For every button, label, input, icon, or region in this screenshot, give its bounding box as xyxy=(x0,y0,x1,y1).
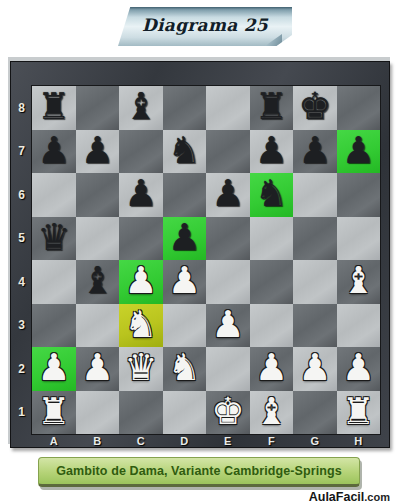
watermark: AulaFacil.com xyxy=(309,487,390,502)
piece-wP-g2: ♟ xyxy=(298,347,331,389)
piece-wP-e3: ♟ xyxy=(211,304,244,346)
square-e2 xyxy=(206,347,250,391)
brand-suffix: .com xyxy=(364,491,390,502)
square-f4 xyxy=(250,260,294,304)
square-c5 xyxy=(119,217,163,261)
square-h7: ♟ xyxy=(337,130,381,174)
piece-bB-b4: ♝ xyxy=(81,260,114,302)
piece-bP-b7: ♟ xyxy=(81,130,114,172)
piece-bQ-a5: ♛ xyxy=(37,217,70,259)
file-labels: ABCDEFGH xyxy=(32,434,380,447)
square-f6: ♞ xyxy=(250,173,294,217)
caption-text: Gambito de Dama, Variante Cambridge-Spri… xyxy=(56,464,342,478)
square-d2: ♞ xyxy=(163,347,207,391)
chess-board: 87654321 ♜♝♜♚♟♟♞♟♟♟♟♟♞♛♟♝♟♟♝♞♟♟♟♛♞♟♟♟♜♚♝… xyxy=(10,61,390,448)
square-c7 xyxy=(119,130,163,174)
square-c4: ♟ xyxy=(119,260,163,304)
square-e6: ♟ xyxy=(206,173,250,217)
square-f1: ♝ xyxy=(250,391,294,435)
square-c3: ♞ xyxy=(119,304,163,348)
square-b1 xyxy=(76,391,120,435)
square-b6 xyxy=(76,173,120,217)
square-e7 xyxy=(206,130,250,174)
piece-wP-f2: ♟ xyxy=(255,347,288,389)
piece-wN-c3: ♞ xyxy=(124,304,157,346)
square-h8 xyxy=(337,86,381,130)
rank-label-4: 4 xyxy=(11,260,32,304)
piece-bR-f8: ♜ xyxy=(255,86,288,128)
rank-label-7: 7 xyxy=(11,130,32,174)
file-label-c: C xyxy=(119,434,163,447)
square-c8: ♝ xyxy=(119,86,163,130)
piece-wR-a1: ♜ xyxy=(37,391,70,433)
square-f3 xyxy=(250,304,294,348)
file-label-b: B xyxy=(76,434,120,447)
piece-wP-d4: ♟ xyxy=(168,260,201,302)
square-d4: ♟ xyxy=(163,260,207,304)
piece-bP-d5: ♟ xyxy=(168,217,201,259)
board-grid: ♜♝♜♚♟♟♞♟♟♟♟♟♞♛♟♝♟♟♝♞♟♟♟♛♞♟♟♟♜♚♝♜ xyxy=(32,86,380,434)
square-b8 xyxy=(76,86,120,130)
square-a4 xyxy=(32,260,76,304)
rank-label-5: 5 xyxy=(11,217,32,261)
file-label-h: H xyxy=(337,434,381,447)
square-h3 xyxy=(337,304,381,348)
square-e5 xyxy=(206,217,250,261)
title-banner: Diagrama 25 xyxy=(118,7,292,46)
square-g1 xyxy=(293,391,337,435)
square-g7: ♟ xyxy=(293,130,337,174)
piece-bP-g7: ♟ xyxy=(298,130,331,172)
square-f5 xyxy=(250,217,294,261)
diagram-title: Diagrama 25 xyxy=(142,15,268,38)
rank-label-2: 2 xyxy=(11,347,32,391)
square-b2: ♟ xyxy=(76,347,120,391)
square-g4 xyxy=(293,260,337,304)
square-d6 xyxy=(163,173,207,217)
square-h2: ♟ xyxy=(337,347,381,391)
piece-wB-h4: ♝ xyxy=(342,260,375,302)
rank-label-8: 8 xyxy=(11,86,32,130)
rank-labels: 87654321 xyxy=(11,86,32,434)
square-d7: ♞ xyxy=(163,130,207,174)
square-g5 xyxy=(293,217,337,261)
square-g3 xyxy=(293,304,337,348)
square-h4: ♝ xyxy=(337,260,381,304)
piece-bP-c6: ♟ xyxy=(124,173,157,215)
rank-label-6: 6 xyxy=(11,173,32,217)
square-e3: ♟ xyxy=(206,304,250,348)
page: Diagrama 25 87654321 ♜♝♜♚♟♟♞♟♟♟♟♟♞♛♟♝♟♟♝… xyxy=(0,0,398,502)
piece-wP-a2: ♟ xyxy=(37,347,70,389)
square-b3 xyxy=(76,304,120,348)
square-a5: ♛ xyxy=(32,217,76,261)
square-f2: ♟ xyxy=(250,347,294,391)
square-c2: ♛ xyxy=(119,347,163,391)
square-c1 xyxy=(119,391,163,435)
square-d3 xyxy=(163,304,207,348)
square-a6 xyxy=(32,173,76,217)
rank-label-3: 3 xyxy=(11,304,32,348)
piece-wQ-c2: ♛ xyxy=(124,347,157,389)
piece-wP-b2: ♟ xyxy=(81,347,114,389)
piece-wB-f1: ♝ xyxy=(255,391,288,433)
square-h5 xyxy=(337,217,381,261)
piece-bB-c8: ♝ xyxy=(124,86,157,128)
square-b7: ♟ xyxy=(76,130,120,174)
piece-bP-e6: ♟ xyxy=(211,173,244,215)
piece-wP-h2: ♟ xyxy=(342,347,375,389)
square-a8: ♜ xyxy=(32,86,76,130)
file-label-e: E xyxy=(206,434,250,447)
square-f7: ♟ xyxy=(250,130,294,174)
square-d1 xyxy=(163,391,207,435)
square-e1: ♚ xyxy=(206,391,250,435)
square-a2: ♟ xyxy=(32,347,76,391)
piece-bR-a8: ♜ xyxy=(37,86,70,128)
piece-bP-a7: ♟ xyxy=(37,130,70,172)
square-c6: ♟ xyxy=(119,173,163,217)
rank-label-1: 1 xyxy=(11,391,32,435)
file-label-f: F xyxy=(250,434,294,447)
square-a1: ♜ xyxy=(32,391,76,435)
piece-wK-e1: ♚ xyxy=(211,391,244,433)
square-h6 xyxy=(337,173,381,217)
square-e4 xyxy=(206,260,250,304)
piece-wP-c4: ♟ xyxy=(124,260,157,302)
square-b5 xyxy=(76,217,120,261)
square-b4: ♝ xyxy=(76,260,120,304)
square-g8: ♚ xyxy=(293,86,337,130)
piece-wR-h1: ♜ xyxy=(342,391,375,433)
square-a7: ♟ xyxy=(32,130,76,174)
piece-bN-f6: ♞ xyxy=(255,173,288,215)
file-label-g: G xyxy=(293,434,337,447)
piece-wN-d2: ♞ xyxy=(168,347,201,389)
caption-banner: Gambito de Dama, Variante Cambridge-Spri… xyxy=(38,457,360,487)
square-d5: ♟ xyxy=(163,217,207,261)
square-d8 xyxy=(163,86,207,130)
file-label-a: A xyxy=(32,434,76,447)
square-g2: ♟ xyxy=(293,347,337,391)
square-e8 xyxy=(206,86,250,130)
piece-bN-d7: ♞ xyxy=(168,130,201,172)
square-h1: ♜ xyxy=(337,391,381,435)
piece-bK-g8: ♚ xyxy=(298,86,331,128)
piece-bP-f7: ♟ xyxy=(255,130,288,172)
piece-bP-h7: ♟ xyxy=(342,130,375,172)
file-label-d: D xyxy=(163,434,207,447)
brand-name: AulaFacil xyxy=(309,490,365,502)
square-g6 xyxy=(293,173,337,217)
square-f8: ♜ xyxy=(250,86,294,130)
square-a3 xyxy=(32,304,76,348)
